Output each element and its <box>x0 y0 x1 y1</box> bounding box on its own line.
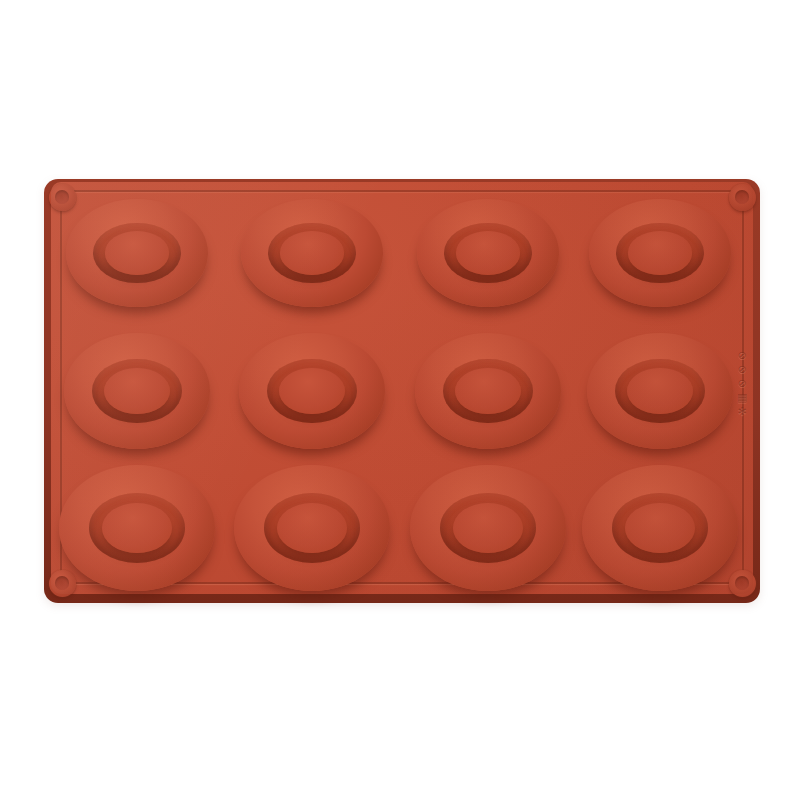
cavity-center-disc <box>625 503 695 553</box>
mold-cavity <box>587 333 733 449</box>
embossed-mark-icon: ⊘ <box>738 364 747 375</box>
product-photo: ⊘⊘⊘▦✻ <box>0 0 800 800</box>
mold-cavity <box>59 465 215 591</box>
mold-cavity <box>410 465 566 591</box>
mold-cavity <box>589 199 731 307</box>
mold-cavity <box>66 199 208 307</box>
embossed-mark-icon: ⊘ <box>738 378 747 389</box>
cavity-center-disc <box>105 231 169 274</box>
mold-surface: ⊘⊘⊘▦✻ <box>51 182 753 594</box>
cavity-center-disc <box>102 503 172 553</box>
corner-rivet <box>729 184 756 211</box>
cavity-center-disc <box>280 231 344 274</box>
cavity-center-disc <box>627 368 693 414</box>
mold-cavity <box>234 465 390 591</box>
mold-cavity <box>239 333 385 449</box>
silicone-mold: ⊘⊘⊘▦✻ <box>44 179 760 603</box>
cavity-center-disc <box>279 368 345 414</box>
cavity-center-disc <box>455 368 521 414</box>
embossed-mark-icon: ▦ <box>737 392 747 403</box>
cavity-center-disc <box>453 503 523 553</box>
cavity-center-disc <box>104 368 170 414</box>
cavity-center-disc <box>277 503 347 553</box>
cavity-center-disc <box>456 231 520 274</box>
corner-rivet-core <box>735 190 750 205</box>
mold-cavity <box>417 199 559 307</box>
embossed-mark-icon: ⊘ <box>738 350 747 361</box>
mold-cavity <box>241 199 383 307</box>
embossed-mark-icon: ✻ <box>738 406 747 417</box>
embossed-certification-marks: ⊘⊘⊘▦✻ <box>737 350 747 417</box>
mold-cavity <box>582 465 738 591</box>
cavity-center-disc <box>628 231 692 274</box>
mold-cavity <box>64 333 210 449</box>
mold-cavity <box>415 333 561 449</box>
